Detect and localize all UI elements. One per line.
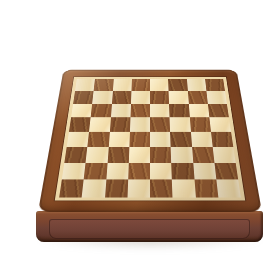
square-c4 <box>108 132 129 147</box>
square-d4 <box>129 132 150 147</box>
square-b2 <box>84 163 107 180</box>
square-d3 <box>129 147 150 163</box>
square-h3 <box>212 147 235 163</box>
square-c8 <box>113 79 132 91</box>
square-h1 <box>216 180 241 198</box>
square-h7 <box>206 91 227 104</box>
square-e2 <box>150 163 172 180</box>
square-d5 <box>130 117 150 131</box>
square-f3 <box>171 147 193 163</box>
square-d8 <box>131 79 150 91</box>
square-f5 <box>170 117 191 131</box>
square-d1 <box>127 180 150 198</box>
square-b5 <box>89 117 110 131</box>
board-inlay-border <box>55 77 245 201</box>
chess-board <box>59 79 241 198</box>
square-e1 <box>150 180 173 198</box>
square-h5 <box>209 117 231 131</box>
square-h6 <box>208 104 229 118</box>
square-a5 <box>69 117 91 131</box>
square-d6 <box>130 104 150 118</box>
square-b8 <box>94 79 114 91</box>
board-frame <box>38 70 262 212</box>
square-b1 <box>82 180 106 198</box>
square-f8 <box>168 79 187 91</box>
square-f6 <box>169 104 189 118</box>
square-d7 <box>131 91 150 104</box>
square-f7 <box>169 91 189 104</box>
square-e5 <box>150 117 170 131</box>
square-c6 <box>111 104 131 118</box>
square-g8 <box>187 79 207 91</box>
square-c1 <box>105 180 128 198</box>
square-e4 <box>150 132 171 147</box>
square-g7 <box>187 91 207 104</box>
square-g1 <box>194 180 218 198</box>
square-h8 <box>205 79 225 91</box>
square-c2 <box>106 163 129 180</box>
square-e6 <box>150 104 170 118</box>
square-d2 <box>128 163 150 180</box>
square-g6 <box>188 104 209 118</box>
square-f1 <box>172 180 195 198</box>
square-g5 <box>189 117 210 131</box>
square-a2 <box>62 163 86 180</box>
square-b6 <box>91 104 112 118</box>
square-c7 <box>112 91 132 104</box>
square-g3 <box>192 147 215 163</box>
square-h2 <box>214 163 238 180</box>
product-photo <box>0 0 280 280</box>
square-a1 <box>59 180 84 198</box>
square-e7 <box>150 91 169 104</box>
square-e3 <box>150 147 171 163</box>
square-a8 <box>75 79 95 91</box>
drawer-front <box>49 219 250 239</box>
square-a6 <box>71 104 92 118</box>
square-e8 <box>150 79 169 91</box>
box-front-side <box>36 211 263 242</box>
square-f2 <box>171 163 194 180</box>
square-f4 <box>170 132 191 147</box>
square-a3 <box>64 147 87 163</box>
square-a4 <box>67 132 90 147</box>
square-b4 <box>88 132 110 147</box>
square-b7 <box>92 91 112 104</box>
square-g4 <box>191 132 213 147</box>
square-c5 <box>109 117 130 131</box>
square-g2 <box>193 163 216 180</box>
square-h4 <box>211 132 234 147</box>
square-b3 <box>86 147 109 163</box>
square-a7 <box>73 91 94 104</box>
square-c3 <box>107 147 129 163</box>
